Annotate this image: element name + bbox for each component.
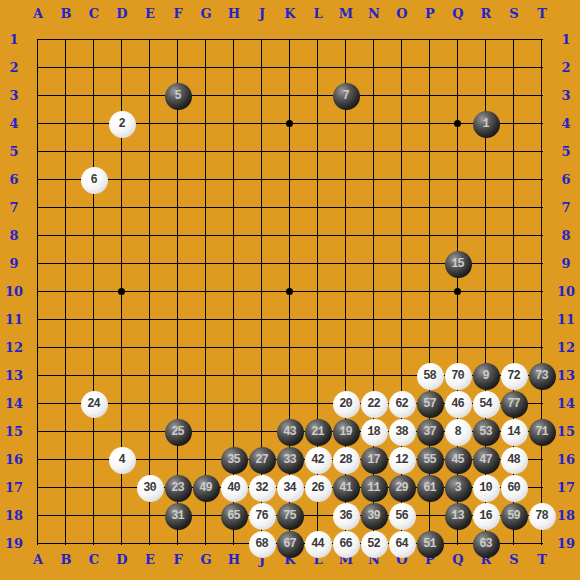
- intersection-B19[interactable]: [52, 530, 80, 558]
- stone-white-move-62-O14[interactable]: 62: [389, 391, 416, 418]
- stone-white-move-22-N14[interactable]: 22: [361, 391, 388, 418]
- intersection-N2[interactable]: [360, 54, 388, 82]
- stone-white-move-64-O19[interactable]: 64: [389, 531, 416, 558]
- intersection-H5[interactable]: [220, 138, 248, 166]
- stone-black-move-25-F15[interactable]: 25: [165, 419, 192, 446]
- intersection-O16[interactable]: 12: [388, 446, 416, 474]
- intersection-G14[interactable]: [192, 390, 220, 418]
- intersection-E16[interactable]: [136, 446, 164, 474]
- intersection-B8[interactable]: [52, 222, 80, 250]
- intersection-G10[interactable]: [192, 278, 220, 306]
- intersection-M8[interactable]: [332, 222, 360, 250]
- intersection-D1[interactable]: [108, 26, 136, 54]
- intersection-L2[interactable]: [304, 54, 332, 82]
- stone-white-move-18-N15[interactable]: 18: [361, 419, 388, 446]
- intersection-M7[interactable]: [332, 194, 360, 222]
- intersection-A9[interactable]: [24, 250, 52, 278]
- intersection-D8[interactable]: [108, 222, 136, 250]
- intersection-O8[interactable]: [388, 222, 416, 250]
- intersection-P14[interactable]: 57: [416, 390, 444, 418]
- intersection-N17[interactable]: 11: [360, 474, 388, 502]
- intersection-B10[interactable]: [52, 278, 80, 306]
- intersection-Q4[interactable]: [444, 110, 472, 138]
- intersection-C2[interactable]: [80, 54, 108, 82]
- intersection-G19[interactable]: [192, 530, 220, 558]
- intersection-K1[interactable]: [276, 26, 304, 54]
- intersection-M15[interactable]: 19: [332, 418, 360, 446]
- intersection-G16[interactable]: [192, 446, 220, 474]
- intersection-C15[interactable]: [80, 418, 108, 446]
- intersection-A10[interactable]: [24, 278, 52, 306]
- intersection-E1[interactable]: [136, 26, 164, 54]
- intersection-A1[interactable]: [24, 26, 52, 54]
- intersection-T7[interactable]: [528, 194, 556, 222]
- intersection-M11[interactable]: [332, 306, 360, 334]
- intersection-C17[interactable]: [80, 474, 108, 502]
- stone-black-move-39-N18[interactable]: 39: [361, 503, 388, 530]
- intersection-L5[interactable]: [304, 138, 332, 166]
- intersection-K7[interactable]: [276, 194, 304, 222]
- intersection-T17[interactable]: [528, 474, 556, 502]
- intersection-F6[interactable]: [164, 166, 192, 194]
- intersection-O19[interactable]: 64: [388, 530, 416, 558]
- intersection-N5[interactable]: [360, 138, 388, 166]
- intersection-E10[interactable]: [136, 278, 164, 306]
- intersection-K15[interactable]: 43: [276, 418, 304, 446]
- stone-black-move-71-T15[interactable]: 71: [529, 419, 556, 446]
- intersection-R12[interactable]: [472, 334, 500, 362]
- intersection-A17[interactable]: [24, 474, 52, 502]
- intersection-A4[interactable]: [24, 110, 52, 138]
- stone-white-move-20-M14[interactable]: 20: [333, 391, 360, 418]
- intersection-K14[interactable]: [276, 390, 304, 418]
- intersection-R9[interactable]: [472, 250, 500, 278]
- intersection-S14[interactable]: 77: [500, 390, 528, 418]
- intersection-N7[interactable]: [360, 194, 388, 222]
- stone-black-move-7-M3[interactable]: 7: [333, 83, 360, 110]
- intersection-P10[interactable]: [416, 278, 444, 306]
- intersection-Q2[interactable]: [444, 54, 472, 82]
- intersection-J1[interactable]: [248, 26, 276, 54]
- stone-white-move-44-L19[interactable]: 44: [305, 531, 332, 558]
- stone-black-move-59-S18[interactable]: 59: [501, 503, 528, 530]
- intersection-E11[interactable]: [136, 306, 164, 334]
- intersection-B12[interactable]: [52, 334, 80, 362]
- intersection-K12[interactable]: [276, 334, 304, 362]
- intersection-Q10[interactable]: [444, 278, 472, 306]
- intersection-K13[interactable]: [276, 362, 304, 390]
- intersection-A16[interactable]: [24, 446, 52, 474]
- intersection-G6[interactable]: [192, 166, 220, 194]
- stone-white-move-52-N19[interactable]: 52: [361, 531, 388, 558]
- intersection-L9[interactable]: [304, 250, 332, 278]
- stone-white-move-72-S13[interactable]: 72: [501, 363, 528, 390]
- intersection-O5[interactable]: [388, 138, 416, 166]
- intersection-L3[interactable]: [304, 82, 332, 110]
- intersection-R7[interactable]: [472, 194, 500, 222]
- intersection-D6[interactable]: [108, 166, 136, 194]
- intersection-S11[interactable]: [500, 306, 528, 334]
- stone-black-move-63-R19[interactable]: 63: [473, 531, 500, 558]
- stone-black-move-53-R15[interactable]: 53: [473, 419, 500, 446]
- intersection-T12[interactable]: [528, 334, 556, 362]
- intersection-J9[interactable]: [248, 250, 276, 278]
- intersection-J16[interactable]: 27: [248, 446, 276, 474]
- intersection-C13[interactable]: [80, 362, 108, 390]
- intersection-A7[interactable]: [24, 194, 52, 222]
- intersection-F8[interactable]: [164, 222, 192, 250]
- intersection-H8[interactable]: [220, 222, 248, 250]
- intersection-D5[interactable]: [108, 138, 136, 166]
- intersection-N6[interactable]: [360, 166, 388, 194]
- intersection-C9[interactable]: [80, 250, 108, 278]
- intersection-J8[interactable]: [248, 222, 276, 250]
- intersection-T8[interactable]: [528, 222, 556, 250]
- intersection-L8[interactable]: [304, 222, 332, 250]
- intersection-Q14[interactable]: 46: [444, 390, 472, 418]
- stone-black-move-45-Q16[interactable]: 45: [445, 447, 472, 474]
- intersection-T4[interactable]: [528, 110, 556, 138]
- intersection-M2[interactable]: [332, 54, 360, 82]
- intersection-B6[interactable]: [52, 166, 80, 194]
- intersection-C10[interactable]: [80, 278, 108, 306]
- stone-black-move-57-P14[interactable]: 57: [417, 391, 444, 418]
- stone-black-move-55-P16[interactable]: 55: [417, 447, 444, 474]
- intersection-S5[interactable]: [500, 138, 528, 166]
- intersection-F7[interactable]: [164, 194, 192, 222]
- intersection-O10[interactable]: [388, 278, 416, 306]
- intersection-G7[interactable]: [192, 194, 220, 222]
- stone-black-move-41-M17[interactable]: 41: [333, 475, 360, 502]
- stone-white-move-68-J19[interactable]: 68: [249, 531, 276, 558]
- intersection-O18[interactable]: 56: [388, 502, 416, 530]
- intersection-N12[interactable]: [360, 334, 388, 362]
- intersection-C4[interactable]: [80, 110, 108, 138]
- intersection-T10[interactable]: [528, 278, 556, 306]
- intersection-B17[interactable]: [52, 474, 80, 502]
- stone-black-move-31-F18[interactable]: 31: [165, 503, 192, 530]
- intersection-R11[interactable]: [472, 306, 500, 334]
- intersection-A18[interactable]: [24, 502, 52, 530]
- intersection-E3[interactable]: [136, 82, 164, 110]
- intersection-Q16[interactable]: 45: [444, 446, 472, 474]
- intersection-O1[interactable]: [388, 26, 416, 54]
- intersection-T6[interactable]: [528, 166, 556, 194]
- intersection-E19[interactable]: [136, 530, 164, 558]
- intersection-A19[interactable]: [24, 530, 52, 558]
- intersection-A15[interactable]: [24, 418, 52, 446]
- intersection-C8[interactable]: [80, 222, 108, 250]
- intersection-Q19[interactable]: [444, 530, 472, 558]
- intersection-G18[interactable]: [192, 502, 220, 530]
- intersection-F18[interactable]: 31: [164, 502, 192, 530]
- intersection-L15[interactable]: 21: [304, 418, 332, 446]
- intersection-H13[interactable]: [220, 362, 248, 390]
- intersection-M3[interactable]: 7: [332, 82, 360, 110]
- intersection-S12[interactable]: [500, 334, 528, 362]
- intersection-R15[interactable]: 53: [472, 418, 500, 446]
- intersection-M13[interactable]: [332, 362, 360, 390]
- intersection-J14[interactable]: [248, 390, 276, 418]
- intersection-Q1[interactable]: [444, 26, 472, 54]
- intersection-T1[interactable]: [528, 26, 556, 54]
- intersection-F2[interactable]: [164, 54, 192, 82]
- stone-black-move-47-R16[interactable]: 47: [473, 447, 500, 474]
- intersection-S13[interactable]: 72: [500, 362, 528, 390]
- stone-white-move-16-R18[interactable]: 16: [473, 503, 500, 530]
- intersection-Q6[interactable]: [444, 166, 472, 194]
- intersection-C14[interactable]: 24: [80, 390, 108, 418]
- intersection-M16[interactable]: 28: [332, 446, 360, 474]
- intersection-M19[interactable]: 66: [332, 530, 360, 558]
- stone-black-move-21-L15[interactable]: 21: [305, 419, 332, 446]
- intersection-F14[interactable]: [164, 390, 192, 418]
- stone-black-move-23-F17[interactable]: 23: [165, 475, 192, 502]
- intersection-K16[interactable]: 33: [276, 446, 304, 474]
- intersection-R5[interactable]: [472, 138, 500, 166]
- intersection-N19[interactable]: 52: [360, 530, 388, 558]
- intersection-S3[interactable]: [500, 82, 528, 110]
- stone-white-move-2-D4[interactable]: 2: [109, 111, 136, 138]
- intersection-P18[interactable]: [416, 502, 444, 530]
- intersection-F19[interactable]: [164, 530, 192, 558]
- intersection-E15[interactable]: [136, 418, 164, 446]
- intersection-C5[interactable]: [80, 138, 108, 166]
- intersection-S15[interactable]: 14: [500, 418, 528, 446]
- intersection-C6[interactable]: 6: [80, 166, 108, 194]
- intersection-B14[interactable]: [52, 390, 80, 418]
- intersection-N8[interactable]: [360, 222, 388, 250]
- intersection-B9[interactable]: [52, 250, 80, 278]
- stone-white-move-8-Q15[interactable]: 8: [445, 419, 472, 446]
- intersection-T11[interactable]: [528, 306, 556, 334]
- intersection-R13[interactable]: 9: [472, 362, 500, 390]
- stone-black-move-67-K19[interactable]: 67: [277, 531, 304, 558]
- stone-black-move-3-Q17[interactable]: 3: [445, 475, 472, 502]
- intersection-T9[interactable]: [528, 250, 556, 278]
- intersection-D16[interactable]: 4: [108, 446, 136, 474]
- intersection-M1[interactable]: [332, 26, 360, 54]
- intersection-P13[interactable]: 58: [416, 362, 444, 390]
- intersection-G9[interactable]: [192, 250, 220, 278]
- stone-black-move-1-R4[interactable]: 1: [473, 111, 500, 138]
- intersection-H6[interactable]: [220, 166, 248, 194]
- intersection-H2[interactable]: [220, 54, 248, 82]
- stone-white-move-34-K17[interactable]: 34: [277, 475, 304, 502]
- intersection-L13[interactable]: [304, 362, 332, 390]
- stone-white-move-12-O16[interactable]: 12: [389, 447, 416, 474]
- intersection-J15[interactable]: [248, 418, 276, 446]
- intersection-J4[interactable]: [248, 110, 276, 138]
- intersection-R14[interactable]: 54: [472, 390, 500, 418]
- intersection-Q12[interactable]: [444, 334, 472, 362]
- intersection-D9[interactable]: [108, 250, 136, 278]
- intersection-P5[interactable]: [416, 138, 444, 166]
- stone-white-move-24-C14[interactable]: 24: [81, 391, 108, 418]
- intersection-N11[interactable]: [360, 306, 388, 334]
- intersection-C18[interactable]: [80, 502, 108, 530]
- stone-black-move-19-M15[interactable]: 19: [333, 419, 360, 446]
- intersection-D4[interactable]: 2: [108, 110, 136, 138]
- stone-white-move-6-C6[interactable]: 6: [81, 167, 108, 194]
- intersection-Q8[interactable]: [444, 222, 472, 250]
- intersection-H19[interactable]: [220, 530, 248, 558]
- intersection-B1[interactable]: [52, 26, 80, 54]
- intersection-J6[interactable]: [248, 166, 276, 194]
- intersection-K9[interactable]: [276, 250, 304, 278]
- intersection-N15[interactable]: 18: [360, 418, 388, 446]
- stone-black-move-33-K16[interactable]: 33: [277, 447, 304, 474]
- intersection-D14[interactable]: [108, 390, 136, 418]
- intersection-O3[interactable]: [388, 82, 416, 110]
- intersection-M4[interactable]: [332, 110, 360, 138]
- stone-black-move-51-P19[interactable]: 51: [417, 531, 444, 558]
- stone-white-move-4-D16[interactable]: 4: [109, 447, 136, 474]
- stone-white-move-56-O18[interactable]: 56: [389, 503, 416, 530]
- intersection-E6[interactable]: [136, 166, 164, 194]
- intersection-J11[interactable]: [248, 306, 276, 334]
- intersection-F11[interactable]: [164, 306, 192, 334]
- intersection-M6[interactable]: [332, 166, 360, 194]
- intersection-F4[interactable]: [164, 110, 192, 138]
- intersection-P6[interactable]: [416, 166, 444, 194]
- intersection-C1[interactable]: [80, 26, 108, 54]
- stone-white-move-26-L17[interactable]: 26: [305, 475, 332, 502]
- intersection-D3[interactable]: [108, 82, 136, 110]
- intersection-R3[interactable]: [472, 82, 500, 110]
- intersection-M10[interactable]: [332, 278, 360, 306]
- intersection-A3[interactable]: [24, 82, 52, 110]
- intersection-P19[interactable]: 51: [416, 530, 444, 558]
- intersection-A11[interactable]: [24, 306, 52, 334]
- intersection-N16[interactable]: 17: [360, 446, 388, 474]
- intersection-Q15[interactable]: 8: [444, 418, 472, 446]
- stone-white-move-32-J17[interactable]: 32: [249, 475, 276, 502]
- intersection-L19[interactable]: 44: [304, 530, 332, 558]
- intersection-H12[interactable]: [220, 334, 248, 362]
- intersection-D19[interactable]: [108, 530, 136, 558]
- intersection-B16[interactable]: [52, 446, 80, 474]
- intersection-G4[interactable]: [192, 110, 220, 138]
- intersection-B4[interactable]: [52, 110, 80, 138]
- intersection-R18[interactable]: 16: [472, 502, 500, 530]
- intersection-L6[interactable]: [304, 166, 332, 194]
- intersection-D7[interactable]: [108, 194, 136, 222]
- stone-black-move-49-G17[interactable]: 49: [193, 475, 220, 502]
- intersection-H18[interactable]: 65: [220, 502, 248, 530]
- stone-white-move-70-Q13[interactable]: 70: [445, 363, 472, 390]
- intersection-A12[interactable]: [24, 334, 52, 362]
- intersection-H4[interactable]: [220, 110, 248, 138]
- intersection-Q13[interactable]: 70: [444, 362, 472, 390]
- intersection-A6[interactable]: [24, 166, 52, 194]
- stone-white-move-38-O15[interactable]: 38: [389, 419, 416, 446]
- intersection-P1[interactable]: [416, 26, 444, 54]
- intersection-F10[interactable]: [164, 278, 192, 306]
- intersection-G15[interactable]: [192, 418, 220, 446]
- intersection-C3[interactable]: [80, 82, 108, 110]
- intersection-N10[interactable]: [360, 278, 388, 306]
- intersection-T2[interactable]: [528, 54, 556, 82]
- intersection-T19[interactable]: [528, 530, 556, 558]
- intersection-L16[interactable]: 42: [304, 446, 332, 474]
- intersection-H14[interactable]: [220, 390, 248, 418]
- intersection-R10[interactable]: [472, 278, 500, 306]
- stone-white-move-30-E17[interactable]: 30: [137, 475, 164, 502]
- stone-black-move-9-R13[interactable]: 9: [473, 363, 500, 390]
- stone-white-move-76-J18[interactable]: 76: [249, 503, 276, 530]
- intersection-R4[interactable]: 1: [472, 110, 500, 138]
- intersection-C11[interactable]: [80, 306, 108, 334]
- stone-black-move-65-H18[interactable]: 65: [221, 503, 248, 530]
- stone-white-move-78-T18[interactable]: 78: [529, 503, 556, 530]
- intersection-E2[interactable]: [136, 54, 164, 82]
- intersection-P3[interactable]: [416, 82, 444, 110]
- intersection-O7[interactable]: [388, 194, 416, 222]
- stone-white-move-48-S16[interactable]: 48: [501, 447, 528, 474]
- stone-black-move-13-Q18[interactable]: 13: [445, 503, 472, 530]
- intersection-J13[interactable]: [248, 362, 276, 390]
- intersection-P17[interactable]: 61: [416, 474, 444, 502]
- intersection-M18[interactable]: 36: [332, 502, 360, 530]
- intersection-Q3[interactable]: [444, 82, 472, 110]
- intersection-K8[interactable]: [276, 222, 304, 250]
- intersection-S8[interactable]: [500, 222, 528, 250]
- intersection-M17[interactable]: 41: [332, 474, 360, 502]
- intersection-O6[interactable]: [388, 166, 416, 194]
- stone-black-move-17-N16[interactable]: 17: [361, 447, 388, 474]
- intersection-J19[interactable]: 68: [248, 530, 276, 558]
- intersection-R1[interactable]: [472, 26, 500, 54]
- stone-white-move-28-M16[interactable]: 28: [333, 447, 360, 474]
- intersection-F1[interactable]: [164, 26, 192, 54]
- intersection-S16[interactable]: 48: [500, 446, 528, 474]
- intersection-S7[interactable]: [500, 194, 528, 222]
- intersection-L1[interactable]: [304, 26, 332, 54]
- stone-white-move-60-S17[interactable]: 60: [501, 475, 528, 502]
- intersection-R17[interactable]: 10: [472, 474, 500, 502]
- intersection-J10[interactable]: [248, 278, 276, 306]
- intersection-F17[interactable]: 23: [164, 474, 192, 502]
- intersection-R2[interactable]: [472, 54, 500, 82]
- intersection-N4[interactable]: [360, 110, 388, 138]
- intersection-B5[interactable]: [52, 138, 80, 166]
- stone-black-move-15-Q9[interactable]: 15: [445, 251, 472, 278]
- intersection-K3[interactable]: [276, 82, 304, 110]
- intersection-S9[interactable]: [500, 250, 528, 278]
- intersection-J3[interactable]: [248, 82, 276, 110]
- intersection-G5[interactable]: [192, 138, 220, 166]
- intersection-H9[interactable]: [220, 250, 248, 278]
- intersection-A8[interactable]: [24, 222, 52, 250]
- intersection-S6[interactable]: [500, 166, 528, 194]
- intersection-F5[interactable]: [164, 138, 192, 166]
- intersection-B7[interactable]: [52, 194, 80, 222]
- stone-white-move-36-M18[interactable]: 36: [333, 503, 360, 530]
- intersection-P12[interactable]: [416, 334, 444, 362]
- intersection-M12[interactable]: [332, 334, 360, 362]
- intersection-R19[interactable]: 63: [472, 530, 500, 558]
- stone-black-move-37-P15[interactable]: 37: [417, 419, 444, 446]
- intersection-O14[interactable]: 62: [388, 390, 416, 418]
- intersection-S1[interactable]: [500, 26, 528, 54]
- intersection-D17[interactable]: [108, 474, 136, 502]
- intersection-E13[interactable]: [136, 362, 164, 390]
- intersection-J7[interactable]: [248, 194, 276, 222]
- intersection-H7[interactable]: [220, 194, 248, 222]
- intersection-G12[interactable]: [192, 334, 220, 362]
- stone-black-move-73-T13[interactable]: 73: [529, 363, 556, 390]
